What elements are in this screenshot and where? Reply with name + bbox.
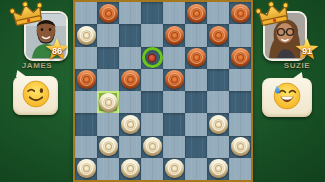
square-r7c2[interactable] [119,158,141,180]
square-r7c3[interactable] [141,158,163,180]
square-r5c2[interactable] [119,113,141,135]
cream-checker-piece[interactable] [165,159,184,178]
square-r1c1[interactable] [97,24,119,46]
square-r3c7[interactable] [229,69,251,91]
board-frame [73,0,253,182]
square-r2c0[interactable] [75,47,97,69]
player-name-left: JAMES [6,61,68,70]
level-badge-suzie: 91 [295,38,319,61]
bubble-tail [292,72,303,79]
cream-checker-piece[interactable] [99,93,118,112]
square-r7c5[interactable] [185,158,207,180]
square-r0c0[interactable] [75,2,97,24]
square-r3c0[interactable] [75,69,97,91]
orange-checker-piece[interactable] [165,26,184,45]
square-r6c1[interactable] [97,136,119,158]
orange-checker-piece[interactable] [231,48,250,67]
square-r5c0[interactable] [75,113,97,135]
square-r4c7[interactable] [229,91,251,113]
move-target-marker[interactable] [142,47,163,68]
chat-bubble-suzie[interactable] [262,78,312,117]
grinning-face-sweat-emoji [272,81,302,115]
square-r3c6[interactable] [207,69,229,91]
square-r3c5[interactable] [185,69,207,91]
square-r2c2[interactable] [119,47,141,69]
square-r2c5[interactable] [185,47,207,69]
square-r6c5[interactable] [185,136,207,158]
square-r5c3[interactable] [141,113,163,135]
square-r6c2[interactable] [119,136,141,158]
square-r1c2[interactable] [119,24,141,46]
square-r5c4[interactable] [163,113,185,135]
square-r4c3[interactable] [141,91,163,113]
player-name-right: SUZIE [266,61,325,70]
cream-checker-piece[interactable] [209,159,228,178]
level-value: 91 [295,46,319,56]
bubble-tail [16,70,27,77]
square-r6c4[interactable] [163,136,185,158]
square-r1c5[interactable] [185,24,207,46]
game-screen: 86 JAMES 91 S [0,0,325,182]
square-r5c6[interactable] [207,113,229,135]
orange-checker-piece[interactable] [165,70,184,89]
square-r2c7[interactable] [229,47,251,69]
square-r5c5[interactable] [185,113,207,135]
square-r0c3[interactable] [141,2,163,24]
square-r5c1[interactable] [97,113,119,135]
orange-checker-piece[interactable] [209,26,228,45]
square-r4c6[interactable] [207,91,229,113]
square-r3c1[interactable] [97,69,119,91]
square-r3c3[interactable] [141,69,163,91]
level-value: 86 [45,46,69,56]
orange-checker-piece[interactable] [77,70,96,89]
chat-bubble-james[interactable] [13,76,58,115]
square-r2c6[interactable] [207,47,229,69]
cream-checker-piece[interactable] [121,115,140,134]
square-r1c6[interactable] [207,24,229,46]
square-r7c6[interactable] [207,158,229,180]
square-r4c2[interactable] [119,91,141,113]
square-r6c6[interactable] [207,136,229,158]
orange-checker-piece[interactable] [231,4,250,23]
square-r0c2[interactable] [119,2,141,24]
square-r0c4[interactable] [163,2,185,24]
orange-checker-piece[interactable] [187,4,206,23]
square-r6c7[interactable] [229,136,251,158]
winking-face-emoji [21,79,51,113]
square-r1c4[interactable] [163,24,185,46]
cream-checker-piece[interactable] [99,137,118,156]
square-r4c0[interactable] [75,91,97,113]
orange-checker-piece[interactable] [187,48,206,67]
square-r4c4[interactable] [163,91,185,113]
square-r0c1[interactable] [97,2,119,24]
square-r1c3[interactable] [141,24,163,46]
cream-checker-piece[interactable] [77,26,96,45]
square-r0c7[interactable] [229,2,251,24]
square-r3c4[interactable] [163,69,185,91]
square-r1c0[interactable] [75,24,97,46]
level-badge-james: 86 [45,38,69,61]
board-grid [75,2,251,180]
square-r2c1[interactable] [97,47,119,69]
square-r7c1[interactable] [97,158,119,180]
square-r1c7[interactable] [229,24,251,46]
square-r2c4[interactable] [163,47,185,69]
square-r3c2[interactable] [119,69,141,91]
cream-checker-piece[interactable] [77,159,96,178]
cream-checker-piece[interactable] [209,115,228,134]
square-r5c7[interactable] [229,113,251,135]
square-r7c0[interactable] [75,158,97,180]
square-r2c3[interactable] [141,47,163,69]
orange-checker-piece[interactable] [99,4,118,23]
cream-checker-piece[interactable] [143,137,162,156]
square-r4c5[interactable] [185,91,207,113]
cream-checker-piece[interactable] [231,137,250,156]
square-r0c6[interactable] [207,2,229,24]
cream-checker-piece[interactable] [121,159,140,178]
square-r4c1[interactable] [97,91,119,113]
square-r7c7[interactable] [229,158,251,180]
square-r0c5[interactable] [185,2,207,24]
square-r7c4[interactable] [163,158,185,180]
square-r6c0[interactable] [75,136,97,158]
square-r6c3[interactable] [141,136,163,158]
orange-checker-piece[interactable] [121,70,140,89]
